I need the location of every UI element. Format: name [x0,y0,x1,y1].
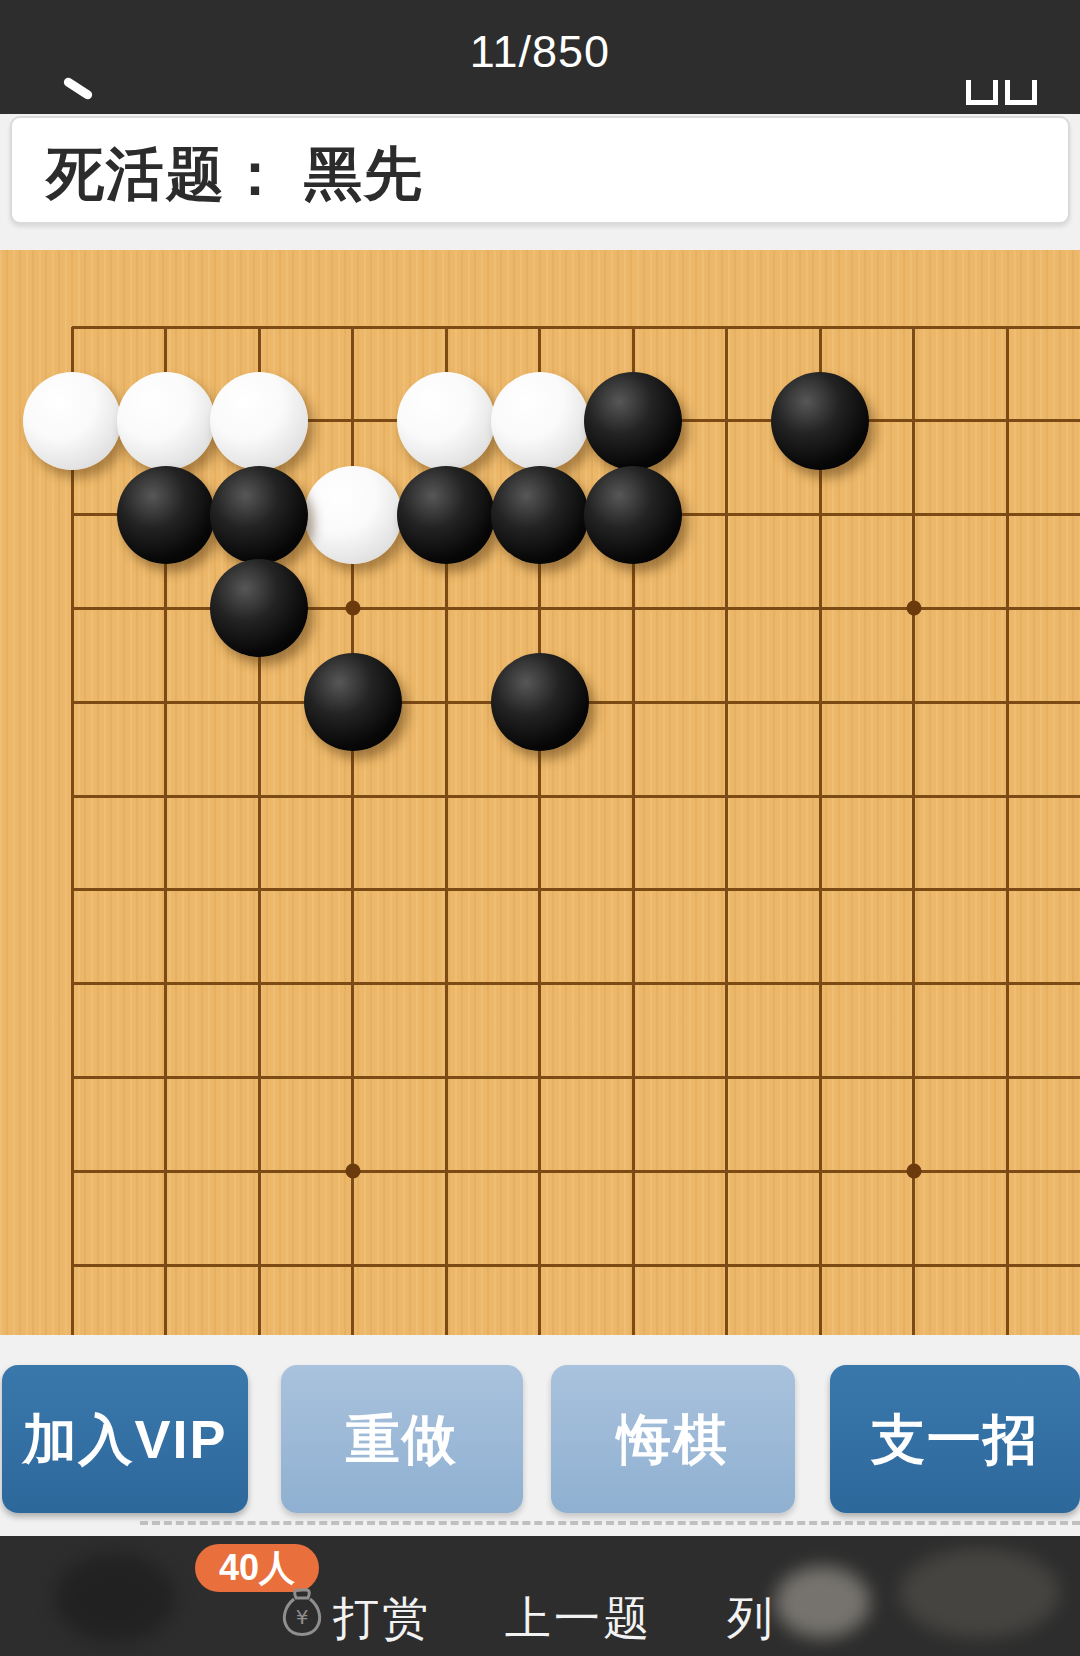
blur-smudge [900,1548,1060,1638]
app-screen: 11/850 死活题： 黑先 加入VIP 重做 悔棋 支一招 40人 ¥ 打赏 … [0,0,1080,1656]
join-vip-button[interactable]: 加入VIP [2,1365,248,1513]
window-bracket-icon[interactable] [966,80,998,105]
grid-line-v [725,327,728,1335]
blur-smudge [55,1554,175,1642]
reward-button[interactable]: 打赏 [333,1588,431,1650]
svg-text:¥: ¥ [296,1605,309,1629]
white-stone [491,372,589,470]
white-stone [304,466,402,564]
white-stone [117,372,215,470]
white-stone [210,372,308,470]
go-board[interactable] [0,250,1080,1335]
star-point [906,601,921,616]
star-point [906,1164,921,1179]
white-stone [23,372,121,470]
divider-dots [140,1521,1080,1525]
problem-list-button[interactable]: 列 [727,1588,776,1650]
black-stone [397,466,495,564]
problem-title-card: 死活题： 黑先 [10,116,1070,224]
grid-line-h [72,795,1080,798]
window-bracket-icon[interactable] [1005,80,1037,105]
grid-line-h [72,1264,1080,1267]
back-icon[interactable] [62,76,94,101]
redo-button[interactable]: 重做 [281,1365,523,1513]
black-stone [584,466,682,564]
black-stone [771,372,869,470]
black-stone [210,466,308,564]
black-stone [491,653,589,751]
problem-progress: 11/850 [0,26,1080,78]
blur-smudge [775,1566,870,1638]
black-stone [117,466,215,564]
grid-line-h [72,1076,1080,1079]
grid-line-v [819,327,822,1335]
grid-line-h [72,982,1080,985]
money-pouch-icon[interactable]: ¥ [280,1586,324,1644]
black-stone [584,372,682,470]
grid-line-v [1006,327,1009,1335]
black-stone [304,653,402,751]
star-point [345,601,360,616]
grid-line-h [72,326,1080,329]
previous-problem-button[interactable]: 上一题 [505,1588,652,1650]
grid-line-h [72,888,1080,891]
bottom-bar: 40人 ¥ 打赏 上一题 列 [0,1536,1080,1656]
grid-line-v [912,327,915,1335]
undo-move-button[interactable]: 悔棋 [551,1365,795,1513]
grid-line-v [71,327,74,1335]
black-stone [491,466,589,564]
white-stone [397,372,495,470]
top-bar: 11/850 [0,0,1080,114]
problem-title: 死活题： 黑先 [46,136,424,214]
star-point [345,1164,360,1179]
black-stone [210,559,308,657]
grid-line-h [72,1170,1080,1173]
hint-button[interactable]: 支一招 [830,1365,1080,1513]
viewer-count-badge: 40人 [195,1544,319,1592]
